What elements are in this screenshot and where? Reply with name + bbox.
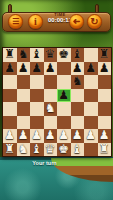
- square-b2[interactable]: ♟: [17, 129, 31, 143]
- square-d8[interactable]: ♛: [44, 48, 58, 62]
- square-f2[interactable]: ♟: [71, 129, 85, 143]
- square-a7[interactable]: ♟: [3, 62, 17, 76]
- square-c6[interactable]: [30, 75, 44, 89]
- square-g1[interactable]: [84, 143, 98, 157]
- white-pawn: ♟: [57, 129, 71, 143]
- white-rook: ♜: [3, 143, 17, 157]
- square-e6[interactable]: [57, 75, 71, 89]
- black-pawn: ♟: [17, 62, 31, 76]
- square-g7[interactable]: ♟: [84, 62, 98, 76]
- chess-board[interactable]: ♜♞♝♛♚♝♜♟♟♟♟♟♟♟♞♟♞♟♟♟♟♟♟♟♟♜♞♝♛♚♝♜: [2, 47, 112, 157]
- square-b7[interactable]: ♟: [17, 62, 31, 76]
- white-pawn: ♟: [17, 129, 31, 143]
- black-rook: ♜: [3, 48, 17, 62]
- square-h5[interactable]: [98, 89, 112, 103]
- square-b4[interactable]: [17, 102, 31, 116]
- black-pawn: ♟: [84, 62, 98, 76]
- white-knight: ♞: [17, 143, 31, 157]
- back-button[interactable]: ➜: [69, 14, 84, 29]
- info-button[interactable]: i: [28, 14, 43, 29]
- black-pawn: ♟: [98, 62, 112, 76]
- square-a1[interactable]: ♜: [3, 143, 17, 157]
- white-pawn: ♟: [3, 129, 17, 143]
- square-c2[interactable]: ♟: [30, 129, 44, 143]
- square-g5[interactable]: [84, 89, 98, 103]
- square-h7[interactable]: ♟: [98, 62, 112, 76]
- square-f4[interactable]: [71, 102, 85, 116]
- square-c8[interactable]: ♝: [30, 48, 44, 62]
- black-king: ♚: [57, 48, 71, 62]
- square-b5[interactable]: [17, 89, 31, 103]
- square-c3[interactable]: [30, 116, 44, 130]
- square-a3[interactable]: [3, 116, 17, 130]
- black-queen: ♛: [44, 48, 58, 62]
- square-b1[interactable]: ♞: [17, 143, 31, 157]
- black-pawn: ♟: [30, 62, 44, 76]
- square-g4[interactable]: [84, 102, 98, 116]
- square-d1[interactable]: ♛: [44, 143, 58, 157]
- white-pawn: ♟: [30, 129, 44, 143]
- square-e5[interactable]: ♟: [57, 89, 71, 103]
- square-b8[interactable]: ♞: [17, 48, 31, 62]
- square-a5[interactable]: [3, 89, 17, 103]
- white-pawn: ♟: [84, 129, 98, 143]
- restart-icon: ↻: [88, 15, 101, 28]
- square-f8[interactable]: ♝: [71, 48, 85, 62]
- square-a6[interactable]: [3, 75, 17, 89]
- square-b3[interactable]: [17, 116, 31, 130]
- square-c5[interactable]: [30, 89, 44, 103]
- square-c1[interactable]: ♝: [30, 143, 44, 157]
- black-bishop: ♝: [30, 48, 44, 62]
- back-arrow-icon: ➜: [70, 15, 83, 28]
- square-e7[interactable]: [57, 62, 71, 76]
- turn-status-text: Your turn: [0, 160, 89, 166]
- white-rook: ♜: [98, 143, 112, 157]
- square-c4[interactable]: [30, 102, 44, 116]
- black-knight: ♞: [17, 48, 31, 62]
- square-h1[interactable]: ♜: [98, 143, 112, 157]
- square-f6[interactable]: ♞: [71, 75, 85, 89]
- square-a8[interactable]: ♜: [3, 48, 17, 62]
- white-bishop: ♝: [30, 143, 44, 157]
- black-bishop: ♝: [71, 48, 85, 62]
- square-d5[interactable]: [44, 89, 58, 103]
- square-e2[interactable]: ♟: [57, 129, 71, 143]
- square-e4[interactable]: [57, 102, 71, 116]
- square-d3[interactable]: [44, 116, 58, 130]
- square-d7[interactable]: ♟: [44, 62, 58, 76]
- white-king: ♚: [57, 143, 71, 157]
- white-pawn: ♟: [44, 129, 58, 143]
- square-h8[interactable]: ♜: [98, 48, 112, 62]
- menu-list-icon: ☰: [9, 15, 22, 28]
- black-pawn: ♟: [44, 62, 58, 76]
- square-b6[interactable]: [17, 75, 31, 89]
- white-bishop: ♝: [71, 143, 85, 157]
- restart-button[interactable]: ↻: [87, 14, 102, 29]
- black-rook: ♜: [98, 48, 112, 62]
- black-pawn: ♟: [71, 62, 85, 76]
- square-a2[interactable]: ♟: [3, 129, 17, 143]
- square-f5[interactable]: [71, 89, 85, 103]
- white-pawn: ♟: [98, 129, 112, 143]
- square-d6[interactable]: [44, 75, 58, 89]
- square-g8[interactable]: [84, 48, 98, 62]
- square-g6[interactable]: [84, 75, 98, 89]
- square-c7[interactable]: ♟: [30, 62, 44, 76]
- black-pawn: ♟: [3, 62, 17, 76]
- square-h4[interactable]: [98, 102, 112, 116]
- square-h6[interactable]: [98, 75, 112, 89]
- square-e1[interactable]: ♚: [57, 143, 71, 157]
- square-h2[interactable]: ♟: [98, 129, 112, 143]
- square-e3[interactable]: [57, 116, 71, 130]
- square-h3[interactable]: [98, 116, 112, 130]
- white-pawn: ♟: [71, 129, 85, 143]
- square-d4[interactable]: ♞: [44, 102, 58, 116]
- black-pawn: ♟: [57, 89, 71, 103]
- square-g3[interactable]: [84, 116, 98, 130]
- square-d2[interactable]: ♟: [44, 129, 58, 143]
- square-f3[interactable]: [71, 116, 85, 130]
- square-a4[interactable]: [3, 102, 17, 116]
- square-f1[interactable]: ♝: [71, 143, 85, 157]
- white-queen: ♛: [44, 143, 58, 157]
- black-knight: ♞: [71, 75, 85, 89]
- square-e8[interactable]: ♚: [57, 48, 71, 62]
- white-knight: ♞: [44, 102, 58, 116]
- info-icon: i: [29, 15, 42, 28]
- square-f7[interactable]: ♟: [71, 62, 85, 76]
- square-g2[interactable]: ♟: [84, 129, 98, 143]
- menu-button[interactable]: ☰: [8, 14, 23, 29]
